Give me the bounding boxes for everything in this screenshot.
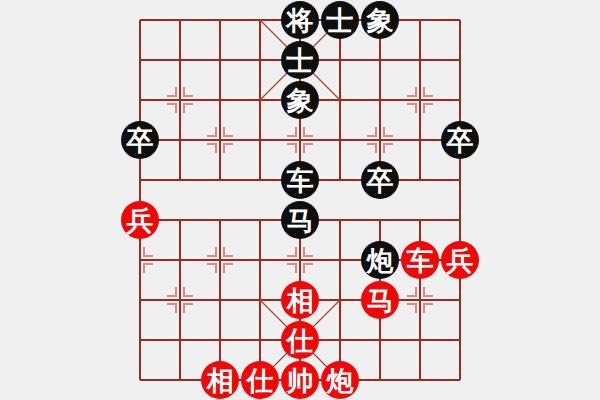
piece-black-pawn[interactable]: 卒 [121,121,159,159]
piece-black-advisor[interactable]: 士 [321,1,359,39]
piece-glyph: 炮 [367,248,394,275]
piece-glyph: 卒 [367,168,394,195]
piece-glyph: 士 [327,8,354,35]
piece-glyph: 卒 [447,128,474,155]
board-point: 兵 [120,200,160,240]
board-point: 卒 [120,120,160,160]
board-point: 将 [280,0,320,40]
board-point: 士 [320,0,360,40]
board-point: 相 [200,360,240,400]
piece-black-pawn[interactable]: 卒 [441,121,479,159]
piece-red-pawn[interactable]: 兵 [441,241,479,279]
board-point: 炮 [320,360,360,400]
piece-glyph: 马 [287,208,314,235]
board-point: 仕 [240,360,280,400]
board-point: 象 [360,0,400,40]
piece-red-cannon[interactable]: 炮 [321,361,359,399]
piece-glyph: 卒 [127,128,154,155]
board-point: 士 [280,40,320,80]
piece-glyph: 相 [207,368,234,395]
board-point: 象 [280,80,320,120]
board-point: 炮 [360,240,400,280]
board-point: 卒 [360,160,400,200]
piece-black-cannon[interactable]: 炮 [361,241,399,279]
board-point: 车 [400,240,440,280]
board-point: 兵 [440,240,480,280]
piece-red-elephant[interactable]: 相 [281,281,319,319]
piece-glyph: 仕 [287,328,314,355]
piece-glyph: 象 [367,8,394,35]
board-grid: 将士象士象卒卒车卒马炮兵车兵相马仕相仕帅炮 [120,0,480,400]
piece-black-elephant[interactable]: 象 [361,1,399,39]
piece-glyph: 士 [287,48,314,75]
piece-red-advisor[interactable]: 仕 [281,321,319,359]
piece-black-elephant[interactable]: 象 [281,81,319,119]
piece-glyph: 炮 [327,368,354,395]
piece-red-chariot[interactable]: 车 [401,241,439,279]
piece-red-advisor[interactable]: 仕 [241,361,279,399]
piece-black-pawn[interactable]: 卒 [361,161,399,199]
board-point: 相 [280,280,320,320]
xiangqi-board: 将士象士象卒卒车卒马炮兵车兵相马仕相仕帅炮 [0,0,600,400]
piece-glyph: 仕 [247,368,274,395]
board-point: 马 [280,200,320,240]
piece-glyph: 象 [287,88,314,115]
piece-glyph: 马 [367,288,394,315]
board-point: 仕 [280,320,320,360]
board-point: 车 [280,160,320,200]
piece-glyph: 兵 [447,248,474,275]
piece-black-general[interactable]: 将 [281,1,319,39]
piece-red-general[interactable]: 帅 [281,361,319,399]
piece-glyph: 车 [407,248,434,275]
piece-glyph: 车 [287,168,314,195]
board-point: 卒 [440,120,480,160]
piece-glyph: 帅 [287,368,314,395]
piece-glyph: 将 [287,8,314,35]
piece-red-elephant[interactable]: 相 [201,361,239,399]
board-point: 马 [360,280,400,320]
piece-glyph: 兵 [127,208,154,235]
board-point: 帅 [280,360,320,400]
piece-glyph: 相 [287,288,314,315]
piece-black-chariot[interactable]: 车 [281,161,319,199]
piece-red-horse[interactable]: 马 [361,281,399,319]
piece-black-horse[interactable]: 马 [281,201,319,239]
piece-black-advisor[interactable]: 士 [281,41,319,79]
piece-red-pawn[interactable]: 兵 [121,201,159,239]
